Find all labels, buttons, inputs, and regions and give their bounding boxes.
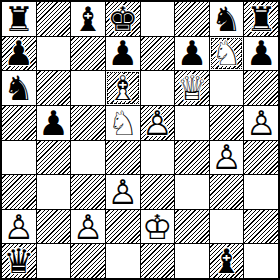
piece-glyph: ♟: [2, 37, 36, 71]
square-g6[interactable]: [210, 71, 244, 105]
piece-glyph: ♟: [106, 37, 140, 71]
piece-white-knight: ♞♘: [210, 37, 244, 71]
square-e8[interactable]: [141, 2, 175, 36]
square-c4[interactable]: [71, 141, 105, 175]
piece-outline-glyph: ♙: [141, 106, 175, 140]
piece-glyph: ♚: [106, 2, 140, 36]
piece-white-pawn: ♟♙: [244, 106, 278, 140]
piece-black-pawn: ♟: [244, 37, 278, 71]
piece-glyph: ♟: [175, 37, 209, 71]
piece-outline-glyph: ♙: [210, 141, 244, 175]
square-f4[interactable]: [175, 141, 209, 175]
square-e5[interactable]: ♟♙: [141, 106, 175, 140]
square-d3[interactable]: ♟♙: [106, 175, 140, 209]
square-d6[interactable]: ♝♗: [106, 71, 140, 105]
piece-glyph: ♜: [2, 2, 36, 36]
piece-black-queen: ♛: [2, 244, 36, 278]
square-f8[interactable]: [175, 2, 209, 36]
square-a8[interactable]: ♜: [2, 2, 36, 36]
square-f7[interactable]: ♟: [175, 37, 209, 71]
square-g7[interactable]: ♞♘: [210, 37, 244, 71]
square-f6[interactable]: ♛♕: [175, 71, 209, 105]
piece-outline-glyph: ♔: [141, 210, 175, 244]
piece-black-pawn: ♟: [37, 106, 71, 140]
piece-glyph: ♟: [244, 37, 278, 71]
square-e4[interactable]: [141, 141, 175, 175]
square-d1[interactable]: [106, 244, 140, 278]
square-a7[interactable]: ♟: [2, 37, 36, 71]
square-e1[interactable]: [141, 244, 175, 278]
piece-glyph: ♞: [2, 71, 36, 105]
square-d8[interactable]: ♚: [106, 2, 140, 36]
piece-white-pawn: ♟♙: [106, 175, 140, 209]
square-b8[interactable]: [37, 2, 71, 36]
piece-black-rook: ♜: [2, 2, 36, 36]
square-f5[interactable]: [175, 106, 209, 140]
square-h1[interactable]: [244, 244, 278, 278]
piece-white-bishop: ♝♗: [106, 71, 140, 105]
square-g5[interactable]: [210, 106, 244, 140]
square-e7[interactable]: [141, 37, 175, 71]
square-c3[interactable]: [71, 175, 105, 209]
piece-black-rook: ♜: [244, 2, 278, 36]
piece-glyph: ♝: [210, 244, 244, 278]
square-f3[interactable]: [175, 175, 209, 209]
square-e6[interactable]: [141, 71, 175, 105]
square-a6[interactable]: ♞: [2, 71, 36, 105]
square-e2[interactable]: ♚♔: [141, 210, 175, 244]
square-a1[interactable]: ♛: [2, 244, 36, 278]
square-h3[interactable]: [244, 175, 278, 209]
square-b5[interactable]: ♟: [37, 106, 71, 140]
piece-glyph: ♛: [2, 244, 36, 278]
piece-glyph: ♜: [244, 2, 278, 36]
square-a3[interactable]: [2, 175, 36, 209]
square-g1[interactable]: ♝: [210, 244, 244, 278]
square-f1[interactable]: [175, 244, 209, 278]
piece-white-king: ♚♔: [141, 210, 175, 244]
square-g4[interactable]: ♟♙: [210, 141, 244, 175]
piece-black-bishop: ♝: [210, 244, 244, 278]
piece-outline-glyph: ♘: [106, 106, 140, 140]
square-b2[interactable]: [37, 210, 71, 244]
piece-outline-glyph: ♙: [106, 175, 140, 209]
square-h8[interactable]: ♜: [244, 2, 278, 36]
square-c1[interactable]: [71, 244, 105, 278]
square-h5[interactable]: ♟♙: [244, 106, 278, 140]
square-h6[interactable]: [244, 71, 278, 105]
square-d4[interactable]: [106, 141, 140, 175]
piece-black-knight: ♞: [2, 71, 36, 105]
square-e3[interactable]: [141, 175, 175, 209]
piece-white-queen: ♛♕: [175, 71, 209, 105]
square-c7[interactable]: [71, 37, 105, 71]
square-c2[interactable]: ♟♙: [71, 210, 105, 244]
chess-board: ♜♝♚♞♜♟♟♟♞♘♟♞♝♗♛♕♟♞♘♟♙♟♙♟♙♟♙♟♙♟♙♚♔♛♝: [0, 0, 280, 280]
piece-white-pawn: ♟♙: [141, 106, 175, 140]
piece-black-bishop: ♝: [71, 2, 105, 36]
square-a4[interactable]: [2, 141, 36, 175]
piece-glyph: ♝: [71, 2, 105, 36]
piece-black-pawn: ♟: [2, 37, 36, 71]
piece-glyph: ♟: [37, 106, 71, 140]
square-h2[interactable]: [244, 210, 278, 244]
piece-outline-glyph: ♕: [175, 71, 209, 105]
piece-black-pawn: ♟: [106, 37, 140, 71]
square-d7[interactable]: ♟: [106, 37, 140, 71]
square-g3[interactable]: [210, 175, 244, 209]
square-g8[interactable]: ♞: [210, 2, 244, 36]
square-b1[interactable]: [37, 244, 71, 278]
piece-black-pawn: ♟: [175, 37, 209, 71]
square-d5[interactable]: ♞♘: [106, 106, 140, 140]
square-c8[interactable]: ♝: [71, 2, 105, 36]
piece-white-knight: ♞♘: [106, 106, 140, 140]
square-f2[interactable]: [175, 210, 209, 244]
square-a2[interactable]: ♟♙: [2, 210, 36, 244]
piece-white-pawn: ♟♙: [71, 210, 105, 244]
piece-outline-glyph: ♙: [71, 210, 105, 244]
piece-black-king: ♚: [106, 2, 140, 36]
piece-outline-glyph: ♙: [2, 210, 36, 244]
square-h4[interactable]: [244, 141, 278, 175]
piece-white-pawn: ♟♙: [210, 141, 244, 175]
square-g2[interactable]: [210, 210, 244, 244]
square-b4[interactable]: [37, 141, 71, 175]
square-b7[interactable]: [37, 37, 71, 71]
piece-black-knight: ♞: [210, 2, 244, 36]
square-b6[interactable]: [37, 71, 71, 105]
piece-outline-glyph: ♗: [106, 71, 140, 105]
piece-outline-glyph: ♘: [210, 37, 244, 71]
square-c5[interactable]: [71, 106, 105, 140]
square-c6[interactable]: [71, 71, 105, 105]
square-h7[interactable]: ♟: [244, 37, 278, 71]
square-d2[interactable]: [106, 210, 140, 244]
square-a5[interactable]: [2, 106, 36, 140]
piece-glyph: ♞: [210, 2, 244, 36]
piece-outline-glyph: ♙: [244, 106, 278, 140]
square-b3[interactable]: [37, 175, 71, 209]
piece-white-pawn: ♟♙: [2, 210, 36, 244]
